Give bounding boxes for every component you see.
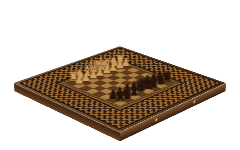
- brass-clasp: [155, 118, 157, 122]
- brass-hinge: [193, 100, 195, 104]
- product-photo-scene: ♜♞♝♛♚♝♞♜♟♟♟♟♟♟♟♟♟♟♟♟♟♟♟♟♜♞♝♛♚♝♞♜: [0, 0, 240, 150]
